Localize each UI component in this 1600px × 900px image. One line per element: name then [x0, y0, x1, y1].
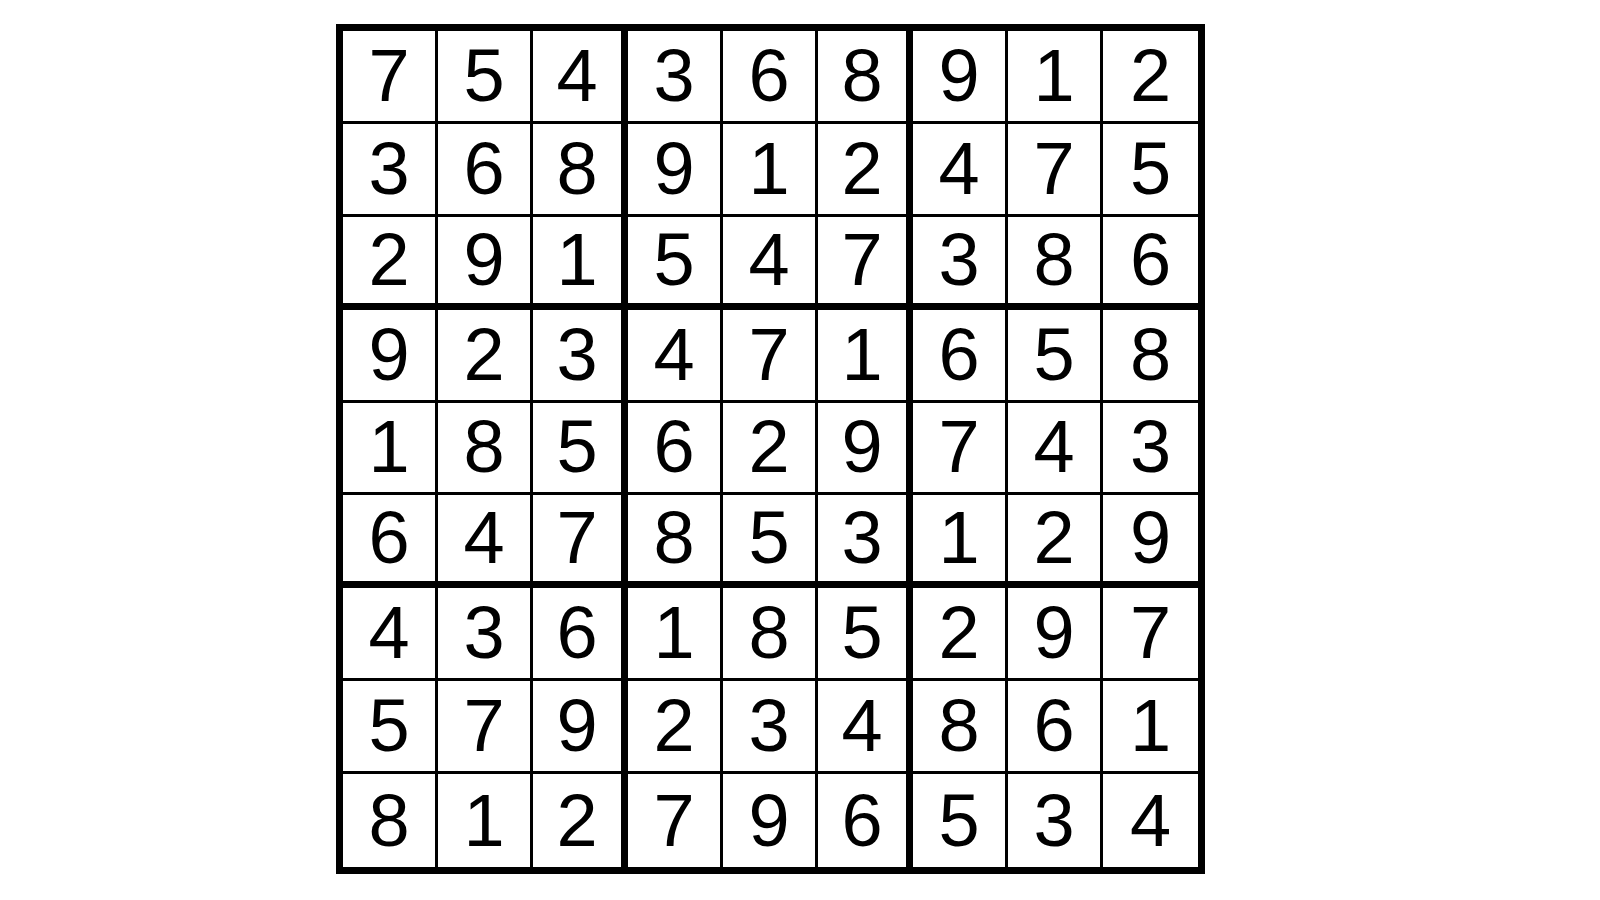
sudoku-cell-r4c3: 3 [533, 310, 628, 403]
sudoku-cell-r8c7: 8 [913, 681, 1008, 774]
sudoku-cell-r4c6: 1 [818, 310, 913, 403]
sudoku-cell-r1c1: 7 [343, 31, 438, 124]
sudoku-cell-r4c9: 8 [1103, 310, 1198, 403]
sudoku-cell-r5c2: 8 [438, 403, 533, 496]
sudoku-cell-r9c4: 7 [628, 774, 723, 867]
sudoku-cell-r1c8: 1 [1008, 31, 1103, 124]
sudoku-cell-r1c3: 4 [533, 31, 628, 124]
page-background: 7543689123689124752915473869234716581856… [0, 0, 1600, 900]
sudoku-cell-r5c7: 7 [913, 403, 1008, 496]
sudoku-cell-r5c1: 1 [343, 403, 438, 496]
sudoku-cell-r3c8: 8 [1008, 217, 1103, 310]
sudoku-cell-r9c5: 9 [723, 774, 818, 867]
sudoku-cell-r9c3: 2 [533, 774, 628, 867]
sudoku-cell-r8c1: 5 [343, 681, 438, 774]
sudoku-cell-r4c2: 2 [438, 310, 533, 403]
sudoku-cell-r5c6: 9 [818, 403, 913, 496]
sudoku-cell-r5c3: 5 [533, 403, 628, 496]
sudoku-cell-r3c2: 9 [438, 217, 533, 310]
sudoku-cell-r3c3: 1 [533, 217, 628, 310]
sudoku-cell-r7c9: 7 [1103, 588, 1198, 681]
sudoku-cell-r6c2: 4 [438, 495, 533, 588]
sudoku-cell-r9c7: 5 [913, 774, 1008, 867]
sudoku-cell-r9c8: 3 [1008, 774, 1103, 867]
sudoku-cell-r5c9: 3 [1103, 403, 1198, 496]
sudoku-cell-r8c2: 7 [438, 681, 533, 774]
sudoku-cell-r5c8: 4 [1008, 403, 1103, 496]
sudoku-cell-r5c4: 6 [628, 403, 723, 496]
sudoku-cell-r6c4: 8 [628, 495, 723, 588]
sudoku-cell-r6c5: 5 [723, 495, 818, 588]
sudoku-cell-r2c7: 4 [913, 124, 1008, 217]
sudoku-cell-r1c7: 9 [913, 31, 1008, 124]
sudoku-cell-r4c4: 4 [628, 310, 723, 403]
sudoku-cell-r9c2: 1 [438, 774, 533, 867]
sudoku-cell-r7c2: 3 [438, 588, 533, 681]
sudoku-cell-r1c9: 2 [1103, 31, 1198, 124]
sudoku-cell-r6c8: 2 [1008, 495, 1103, 588]
sudoku-cell-r1c2: 5 [438, 31, 533, 124]
sudoku-cell-r1c5: 6 [723, 31, 818, 124]
sudoku-cell-r2c8: 7 [1008, 124, 1103, 217]
sudoku-cell-r3c7: 3 [913, 217, 1008, 310]
sudoku-cell-r2c5: 1 [723, 124, 818, 217]
sudoku-cell-r3c6: 7 [818, 217, 913, 310]
sudoku-cell-r2c2: 6 [438, 124, 533, 217]
sudoku-cell-r2c1: 3 [343, 124, 438, 217]
sudoku-cell-r2c4: 9 [628, 124, 723, 217]
sudoku-cell-r8c5: 3 [723, 681, 818, 774]
sudoku-board: 7543689123689124752915473869234716581856… [336, 24, 1205, 874]
sudoku-cell-r2c3: 8 [533, 124, 628, 217]
sudoku-cell-r8c8: 6 [1008, 681, 1103, 774]
sudoku-cell-r1c6: 8 [818, 31, 913, 124]
sudoku-cell-r9c9: 4 [1103, 774, 1198, 867]
sudoku-cell-r3c1: 2 [343, 217, 438, 310]
sudoku-cell-r6c9: 9 [1103, 495, 1198, 588]
sudoku-cell-r4c7: 6 [913, 310, 1008, 403]
sudoku-cell-r8c4: 2 [628, 681, 723, 774]
sudoku-cell-r8c9: 1 [1103, 681, 1198, 774]
sudoku-cell-r7c6: 5 [818, 588, 913, 681]
sudoku-cell-r9c6: 6 [818, 774, 913, 867]
sudoku-cell-r4c1: 9 [343, 310, 438, 403]
sudoku-cell-r9c1: 8 [343, 774, 438, 867]
sudoku-cell-r4c8: 5 [1008, 310, 1103, 403]
sudoku-cell-r7c1: 4 [343, 588, 438, 681]
sudoku-cell-r3c9: 6 [1103, 217, 1198, 310]
sudoku-cell-r4c5: 7 [723, 310, 818, 403]
sudoku-cell-r8c6: 4 [818, 681, 913, 774]
sudoku-cell-r6c7: 1 [913, 495, 1008, 588]
sudoku-cell-r7c8: 9 [1008, 588, 1103, 681]
sudoku-cell-r8c3: 9 [533, 681, 628, 774]
sudoku-cell-r3c5: 4 [723, 217, 818, 310]
sudoku-cell-r7c7: 2 [913, 588, 1008, 681]
sudoku-cell-r6c3: 7 [533, 495, 628, 588]
sudoku-cell-r6c1: 6 [343, 495, 438, 588]
sudoku-cell-r3c4: 5 [628, 217, 723, 310]
sudoku-cell-r7c3: 6 [533, 588, 628, 681]
sudoku-cell-r7c4: 1 [628, 588, 723, 681]
sudoku-cell-r7c5: 8 [723, 588, 818, 681]
sudoku-cell-r5c5: 2 [723, 403, 818, 496]
sudoku-cell-r2c9: 5 [1103, 124, 1198, 217]
sudoku-cell-r2c6: 2 [818, 124, 913, 217]
sudoku-cell-r1c4: 3 [628, 31, 723, 124]
sudoku-cell-r6c6: 3 [818, 495, 913, 588]
